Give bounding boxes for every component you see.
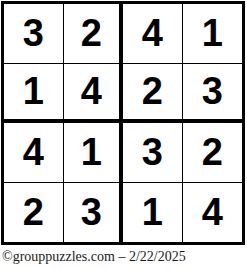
- cell-r3c3[interactable]: 3: [123, 123, 183, 183]
- cell-r2c4[interactable]: 3: [183, 64, 243, 124]
- cell-r2c1[interactable]: 1: [4, 64, 64, 124]
- cell-r1c4[interactable]: 1: [183, 4, 243, 64]
- cell-r4c2[interactable]: 3: [64, 183, 124, 243]
- cell-r4c3[interactable]: 1: [123, 183, 183, 243]
- cell-r4c1[interactable]: 2: [4, 183, 64, 243]
- cell-r3c4[interactable]: 2: [183, 123, 243, 183]
- cell-r3c2[interactable]: 1: [64, 123, 124, 183]
- cell-r2c2[interactable]: 4: [64, 64, 124, 124]
- cell-r1c2[interactable]: 2: [64, 4, 124, 64]
- copyright-credit: ©grouppuzzles.com – 2/22/2025: [2, 249, 186, 265]
- cell-r2c3[interactable]: 2: [123, 64, 183, 124]
- cell-r1c3[interactable]: 4: [123, 4, 183, 64]
- sudoku-board: 3 2 4 1 1 4 2 3 4 1 3 2 2 3 1 4: [1, 1, 245, 245]
- cell-r3c1[interactable]: 4: [4, 123, 64, 183]
- cell-r4c4[interactable]: 4: [183, 183, 243, 243]
- cell-r1c1[interactable]: 3: [4, 4, 64, 64]
